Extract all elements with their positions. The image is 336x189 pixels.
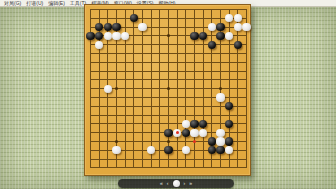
white-stone [112, 32, 120, 40]
black-stone [95, 32, 103, 40]
white-stone [242, 23, 250, 31]
white-stone [112, 146, 120, 154]
last-move-marker [176, 131, 179, 134]
black-stone [164, 129, 172, 137]
black-stone [190, 120, 198, 128]
black-stone [225, 120, 233, 128]
menu-item-1[interactable]: 打谱(U) [24, 0, 45, 6]
black-stone [104, 23, 112, 31]
white-stone [147, 146, 155, 154]
black-stone [234, 41, 242, 49]
black-stone [199, 120, 207, 128]
menu-item-2[interactable]: 编辑(E) [46, 0, 67, 6]
star-point [219, 87, 222, 90]
black-stone [208, 137, 216, 145]
nav-first-button[interactable]: « [160, 179, 163, 188]
white-stone [104, 85, 112, 93]
white-stone [234, 23, 242, 31]
black-stone [130, 14, 138, 22]
black-stone [199, 32, 207, 40]
white-stone [225, 14, 233, 22]
white-stone [208, 23, 216, 31]
white-stone [225, 32, 233, 40]
playback-control-bar: «‹›» [118, 179, 234, 188]
white-stone [216, 137, 224, 145]
star-point [115, 140, 118, 143]
black-stone [208, 41, 216, 49]
black-stone [225, 102, 233, 110]
white-stone [216, 93, 224, 101]
star-point [115, 87, 118, 90]
black-stone [208, 146, 216, 154]
nav-prev-button[interactable]: ‹ [167, 179, 169, 188]
go-board[interactable] [84, 4, 251, 176]
star-point [167, 34, 170, 37]
black-stone [86, 32, 94, 40]
white-stone [190, 129, 198, 137]
menu-item-0[interactable]: 对局(G) [2, 0, 23, 6]
black-stone [112, 23, 120, 31]
nav-next-button[interactable]: › [184, 179, 186, 188]
star-point [167, 140, 170, 143]
star-point [167, 87, 170, 90]
black-stone [216, 146, 224, 154]
black-stone [164, 146, 172, 154]
nav-last-button[interactable]: » [189, 179, 192, 188]
black-stone [190, 32, 198, 40]
white-stone [225, 146, 233, 154]
black-stone [182, 129, 190, 137]
white-stone [104, 32, 112, 40]
black-stone [216, 32, 224, 40]
black-stone [95, 23, 103, 31]
white-stone [216, 129, 224, 137]
white-stone [121, 32, 129, 40]
white-stone [95, 41, 103, 49]
white-stone [182, 146, 190, 154]
black-stone [225, 137, 233, 145]
white-stone [234, 14, 242, 22]
white-stone [138, 23, 146, 31]
toggle-knob[interactable] [173, 180, 180, 187]
white-stone [199, 129, 207, 137]
white-stone [182, 120, 190, 128]
black-stone [216, 23, 224, 31]
point-marker [193, 140, 196, 143]
board-grid[interactable] [90, 9, 247, 168]
